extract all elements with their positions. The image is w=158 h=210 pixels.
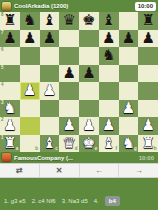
square-g3[interactable]: ♟ (119, 100, 139, 118)
square-f5[interactable] (99, 65, 119, 83)
file-label-e: e (95, 147, 98, 152)
square-a7[interactable]: 7♟ (0, 30, 20, 48)
piece-black-bishop[interactable]: ♝ (102, 13, 115, 28)
square-h6[interactable] (138, 47, 158, 65)
opponent-avatar[interactable] (2, 2, 11, 11)
piece-white-pawn[interactable]: ♟ (102, 118, 115, 133)
piece-black-bishop[interactable]: ♝ (43, 13, 56, 28)
square-e5[interactable]: ♟ (79, 65, 99, 83)
piece-white-knight[interactable]: ♞ (3, 101, 16, 116)
rank-label-6: 6 (1, 48, 4, 53)
square-d8[interactable]: ♛ (59, 12, 79, 30)
file-label-a: a (16, 147, 19, 152)
swap-arrows-icon: ⇄ (16, 167, 23, 175)
square-g4[interactable] (119, 82, 139, 100)
chess-board[interactable]: 8♜♞♝♛♚♝♜7♟♟♟♟♟♟6♞5♟♟4♟♟3♞♟2♟♟♟♟♟1a♜bc♝d♛… (0, 12, 158, 152)
square-b2[interactable] (20, 117, 40, 135)
square-h5[interactable] (138, 65, 158, 83)
square-c2[interactable] (40, 117, 60, 135)
square-f3[interactable] (99, 100, 119, 118)
square-d2[interactable]: ♟ (59, 117, 79, 135)
close-icon: ✕ (56, 167, 63, 175)
piece-black-pawn[interactable]: ♟ (62, 66, 75, 81)
square-h7[interactable]: ♟ (138, 30, 158, 48)
piece-white-pawn[interactable]: ♟ (62, 118, 75, 133)
square-d5[interactable]: ♟ (59, 65, 79, 83)
square-h3[interactable] (138, 100, 158, 118)
piece-white-pawn[interactable]: ♟ (82, 118, 95, 133)
file-label-h: h (154, 147, 157, 152)
square-c5[interactable] (40, 65, 60, 83)
piece-black-pawn[interactable]: ♟ (141, 31, 154, 46)
square-a3[interactable]: 3♞ (0, 100, 20, 118)
square-b8[interactable]: ♞ (20, 12, 40, 30)
square-h8[interactable]: ♜ (138, 12, 158, 30)
forward-button[interactable]: → (119, 164, 158, 177)
back-button[interactable]: ← (80, 164, 120, 177)
piece-white-pawn[interactable]: ♟ (23, 83, 36, 98)
move-pair[interactable]: 2. c4 Nf6 (32, 198, 56, 204)
move-list: 1. g3 e5 2. c4 Nf6 3. Na3 d5 4. b4 (4, 195, 156, 206)
rank-label-7: 7 (1, 31, 4, 36)
square-g6[interactable] (119, 47, 139, 65)
piece-black-queen[interactable]: ♛ (62, 13, 75, 28)
piece-black-king[interactable]: ♚ (82, 13, 95, 28)
close-button[interactable]: ✕ (40, 164, 80, 177)
square-b6[interactable] (20, 47, 40, 65)
square-a2[interactable]: 2♟ (0, 117, 20, 135)
piece-black-pawn[interactable]: ♟ (43, 31, 56, 46)
piece-white-king[interactable]: ♚ (82, 136, 95, 151)
file-label-b: b (35, 147, 38, 152)
opponent-player-bar: CoolArkadia (1200) 10:00 (0, 0, 158, 12)
square-d7[interactable] (59, 30, 79, 48)
square-f2[interactable]: ♟ (99, 117, 119, 135)
square-f6[interactable]: ♞ (99, 47, 119, 65)
square-a8[interactable]: 8♜ (0, 12, 20, 30)
square-a5[interactable]: 5 (0, 65, 20, 83)
piece-black-pawn[interactable]: ♟ (82, 66, 95, 81)
square-h4[interactable] (138, 82, 158, 100)
piece-black-rook[interactable]: ♜ (141, 13, 154, 28)
rank-label-5: 5 (1, 66, 4, 71)
square-b3[interactable] (20, 100, 40, 118)
player-name: FamousCompany (... (14, 155, 136, 161)
file-label-f: f (116, 147, 118, 152)
piece-black-pawn[interactable]: ♟ (122, 31, 135, 46)
rank-label-3: 3 (1, 101, 4, 106)
back-arrow-icon: ← (95, 167, 103, 175)
rank-label-2: 2 (1, 118, 4, 123)
piece-white-pawn[interactable]: ♟ (43, 83, 56, 98)
square-b1[interactable]: b (20, 135, 40, 153)
square-c1[interactable]: c♝ (40, 135, 60, 153)
square-e7[interactable] (79, 30, 99, 48)
rank-label-8: 8 (1, 13, 4, 18)
square-e4[interactable] (79, 82, 99, 100)
square-g7[interactable]: ♟ (119, 30, 139, 48)
forward-arrow-icon: → (135, 167, 143, 175)
square-d4[interactable] (59, 82, 79, 100)
square-a1[interactable]: 1a♜ (0, 135, 20, 153)
square-c6[interactable] (40, 47, 60, 65)
piece-white-pawn[interactable]: ♟ (141, 118, 154, 133)
file-label-g: g (134, 147, 137, 152)
square-d3[interactable] (59, 100, 79, 118)
swap-arrows-button[interactable]: ⇄ (0, 164, 40, 177)
square-a6[interactable]: 6 (0, 47, 20, 65)
square-g1[interactable]: g♞ (119, 135, 139, 153)
square-g5[interactable] (119, 65, 139, 83)
piece-black-knight[interactable]: ♞ (23, 13, 36, 28)
player-player-bar: FamousCompany (... 10:00 (0, 152, 158, 163)
move-pair[interactable]: 1. g3 e5 (4, 198, 26, 204)
square-e8[interactable]: ♚ (79, 12, 99, 30)
square-d6[interactable] (59, 47, 79, 65)
game-toolbar: ⇄ ✕ ← → (0, 163, 158, 178)
player-avatar[interactable] (2, 153, 11, 162)
piece-white-rook[interactable]: ♜ (3, 136, 16, 151)
current-move[interactable]: b4 (105, 196, 120, 206)
piece-white-bishop[interactable]: ♝ (43, 136, 56, 151)
square-f8[interactable]: ♝ (99, 12, 119, 30)
rank-label-4: 4 (1, 83, 4, 88)
opponent-clock: 10:00 (135, 2, 156, 11)
square-h1[interactable]: h♜ (138, 135, 158, 153)
piece-black-pawn[interactable]: ♟ (102, 31, 115, 46)
move-number: 4. (94, 198, 99, 204)
piece-white-pawn[interactable]: ♟ (122, 101, 135, 116)
piece-black-knight[interactable]: ♞ (102, 48, 115, 63)
piece-black-pawn[interactable]: ♟ (3, 31, 16, 46)
square-e2[interactable]: ♟ (79, 117, 99, 135)
square-c4[interactable]: ♟ (40, 82, 60, 100)
square-e1[interactable]: e♚ (79, 135, 99, 153)
file-label-d: d (75, 147, 78, 152)
square-e3[interactable] (79, 100, 99, 118)
square-c7[interactable]: ♟ (40, 30, 60, 48)
square-f1[interactable]: f♝ (99, 135, 119, 153)
square-c8[interactable]: ♝ (40, 12, 60, 30)
player-clock: 10:00 (139, 155, 156, 161)
piece-black-rook[interactable]: ♜ (3, 13, 16, 28)
piece-white-pawn[interactable]: ♟ (3, 118, 16, 133)
piece-white-bishop[interactable]: ♝ (102, 136, 115, 151)
piece-black-pawn[interactable]: ♟ (23, 31, 36, 46)
square-b4[interactable]: ♟ (20, 82, 40, 100)
square-c3[interactable] (40, 100, 60, 118)
square-d1[interactable]: d♛ (59, 135, 79, 153)
square-g2[interactable] (119, 117, 139, 135)
opponent-name: CoolArkadia (1200) (14, 3, 132, 9)
square-h2[interactable]: ♟ (138, 117, 158, 135)
square-f4[interactable] (99, 82, 119, 100)
square-g8[interactable] (119, 12, 139, 30)
rank-label-1: 1 (1, 136, 4, 141)
square-b7[interactable]: ♟ (20, 30, 40, 48)
square-e6[interactable] (79, 47, 99, 65)
file-label-c: c (55, 147, 58, 152)
square-f7[interactable]: ♟ (99, 30, 119, 48)
square-a4[interactable]: 4 (0, 82, 20, 100)
move-pair[interactable]: 3. Na3 d5 (62, 198, 88, 204)
square-b5[interactable] (20, 65, 40, 83)
